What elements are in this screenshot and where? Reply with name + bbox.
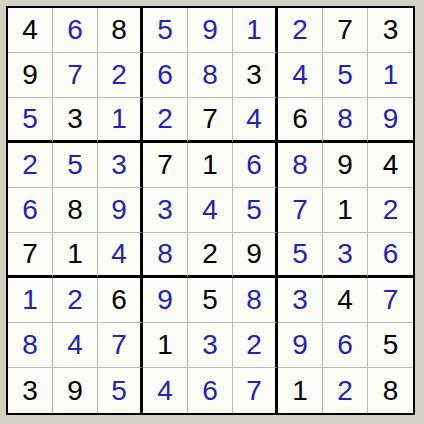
cell-r1c8[interactable]: 7: [323, 8, 368, 53]
cell-r3c3[interactable]: 1: [98, 98, 143, 143]
cell-r3c1[interactable]: 5: [8, 98, 53, 143]
cell-r8c2[interactable]: 4: [53, 323, 98, 368]
cell-r2c1[interactable]: 9: [8, 53, 53, 98]
cell-r5c9[interactable]: 2: [368, 188, 413, 233]
cell-r9c7[interactable]: 1: [278, 368, 323, 413]
cell-r5c2[interactable]: 8: [53, 188, 98, 233]
cell-r6c4[interactable]: 8: [143, 233, 188, 278]
cell-r9c1[interactable]: 3: [8, 368, 53, 413]
cell-r9c6[interactable]: 7: [233, 368, 278, 413]
cell-r8c8[interactable]: 6: [323, 323, 368, 368]
cell-r6c7[interactable]: 5: [278, 233, 323, 278]
cell-r4c7[interactable]: 8: [278, 143, 323, 188]
cell-r4c8[interactable]: 9: [323, 143, 368, 188]
cell-r9c3[interactable]: 5: [98, 368, 143, 413]
cell-r5c1[interactable]: 6: [8, 188, 53, 233]
cell-r6c3[interactable]: 4: [98, 233, 143, 278]
cell-r1c7[interactable]: 2: [278, 8, 323, 53]
cell-r1c6[interactable]: 1: [233, 8, 278, 53]
cell-r4c3[interactable]: 3: [98, 143, 143, 188]
cell-r7c9[interactable]: 7: [368, 278, 413, 323]
cell-r7c3[interactable]: 6: [98, 278, 143, 323]
cell-r7c5[interactable]: 5: [188, 278, 233, 323]
cell-r7c4[interactable]: 9: [143, 278, 188, 323]
cell-r6c2[interactable]: 1: [53, 233, 98, 278]
sudoku-board: 4685912739726834515312746892537168946893…: [6, 6, 415, 415]
cell-r1c2[interactable]: 6: [53, 8, 98, 53]
cell-r6c8[interactable]: 3: [323, 233, 368, 278]
cell-r2c7[interactable]: 4: [278, 53, 323, 98]
cell-r6c5[interactable]: 2: [188, 233, 233, 278]
cell-r7c6[interactable]: 8: [233, 278, 278, 323]
cell-r8c3[interactable]: 7: [98, 323, 143, 368]
cell-r4c6[interactable]: 6: [233, 143, 278, 188]
cell-r8c9[interactable]: 5: [368, 323, 413, 368]
cell-r4c5[interactable]: 1: [188, 143, 233, 188]
cell-r6c6[interactable]: 9: [233, 233, 278, 278]
cell-r8c1[interactable]: 8: [8, 323, 53, 368]
cell-r1c3[interactable]: 8: [98, 8, 143, 53]
cell-r9c5[interactable]: 6: [188, 368, 233, 413]
cell-r6c9[interactable]: 6: [368, 233, 413, 278]
cell-r7c1[interactable]: 1: [8, 278, 53, 323]
cell-r8c4[interactable]: 1: [143, 323, 188, 368]
cell-r4c2[interactable]: 5: [53, 143, 98, 188]
cell-r5c5[interactable]: 4: [188, 188, 233, 233]
cell-r2c6[interactable]: 3: [233, 53, 278, 98]
cell-r7c8[interactable]: 4: [323, 278, 368, 323]
cell-r7c7[interactable]: 3: [278, 278, 323, 323]
cell-r9c9[interactable]: 8: [368, 368, 413, 413]
cell-r1c4[interactable]: 5: [143, 8, 188, 53]
cell-r5c8[interactable]: 1: [323, 188, 368, 233]
cell-r3c5[interactable]: 7: [188, 98, 233, 143]
cell-r3c4[interactable]: 2: [143, 98, 188, 143]
cell-r1c5[interactable]: 9: [188, 8, 233, 53]
cell-r5c7[interactable]: 7: [278, 188, 323, 233]
cell-r9c2[interactable]: 9: [53, 368, 98, 413]
cell-r3c8[interactable]: 8: [323, 98, 368, 143]
cell-r2c3[interactable]: 2: [98, 53, 143, 98]
cell-r2c8[interactable]: 5: [323, 53, 368, 98]
cell-r1c1[interactable]: 4: [8, 8, 53, 53]
cell-r8c6[interactable]: 2: [233, 323, 278, 368]
cell-r7c2[interactable]: 2: [53, 278, 98, 323]
cell-r4c1[interactable]: 2: [8, 143, 53, 188]
cell-r8c7[interactable]: 9: [278, 323, 323, 368]
cell-r6c1[interactable]: 7: [8, 233, 53, 278]
cell-r2c4[interactable]: 6: [143, 53, 188, 98]
cell-r3c6[interactable]: 4: [233, 98, 278, 143]
cell-r2c9[interactable]: 1: [368, 53, 413, 98]
cell-r4c4[interactable]: 7: [143, 143, 188, 188]
cell-r4c9[interactable]: 4: [368, 143, 413, 188]
cell-r9c4[interactable]: 4: [143, 368, 188, 413]
cell-r8c5[interactable]: 3: [188, 323, 233, 368]
cell-r3c7[interactable]: 6: [278, 98, 323, 143]
cell-r5c3[interactable]: 9: [98, 188, 143, 233]
cell-r3c9[interactable]: 9: [368, 98, 413, 143]
cell-r5c6[interactable]: 5: [233, 188, 278, 233]
cell-r1c9[interactable]: 3: [368, 8, 413, 53]
cell-r5c4[interactable]: 3: [143, 188, 188, 233]
cell-r9c8[interactable]: 2: [323, 368, 368, 413]
cell-r3c2[interactable]: 3: [53, 98, 98, 143]
cell-r2c2[interactable]: 7: [53, 53, 98, 98]
cell-r2c5[interactable]: 8: [188, 53, 233, 98]
